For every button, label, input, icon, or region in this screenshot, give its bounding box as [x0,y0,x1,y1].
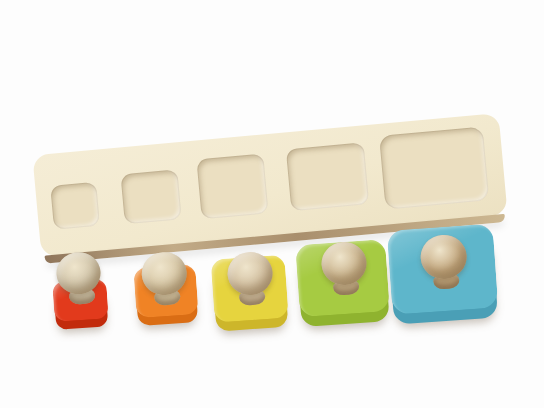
piece-red-knob[interactable] [47,248,117,340]
board-slot-2[interactable] [120,169,181,224]
knob-cap [55,251,102,296]
piece-orange[interactable] [129,244,205,341]
piece-orange-knob[interactable] [129,244,205,341]
knob-cap [140,251,188,297]
board-slot-1[interactable] [50,182,100,230]
knob-cap [419,233,468,280]
piece-green[interactable] [293,235,395,335]
board-slot-5[interactable] [379,126,489,209]
product-photo [0,0,544,408]
piece-blue[interactable] [385,221,504,331]
piece-red[interactable] [47,248,117,340]
board-slot-4[interactable] [286,142,369,211]
board-slot-3[interactable] [196,153,268,219]
piece-yellow[interactable] [209,247,295,340]
piece-blue-knob[interactable] [385,221,504,331]
knob-cap [320,240,368,286]
knob-cap [226,251,274,297]
piece-green-knob[interactable] [293,235,395,335]
piece-yellow-knob[interactable] [209,247,295,340]
